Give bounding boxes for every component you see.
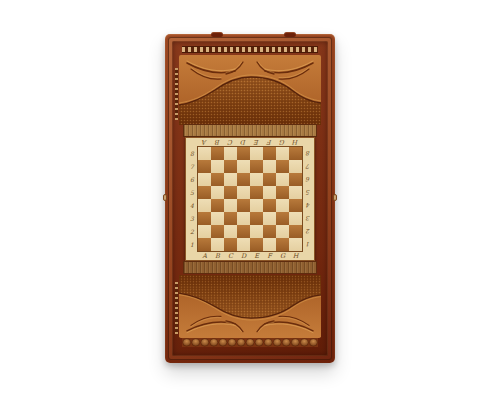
- scallop-bead: [192, 339, 200, 346]
- square-d8: [237, 147, 250, 160]
- square-e7: [250, 160, 263, 173]
- rank-label: 1: [302, 238, 314, 251]
- file-label: E: [250, 251, 263, 260]
- rank-label: 3: [302, 212, 314, 225]
- square-h3: [289, 212, 302, 225]
- file-label: G: [276, 138, 289, 147]
- square-e5: [250, 186, 263, 199]
- ranks-right: 87654321: [302, 147, 314, 251]
- scallop-bead: [309, 339, 317, 346]
- chessboard: ABCDEFGH 87654321 87654321 ABCDEFGH: [185, 137, 315, 261]
- carving-art-bottom: [179, 275, 321, 338]
- square-f5: [263, 186, 276, 199]
- rank-label: 5: [186, 186, 198, 199]
- rank-label: 7: [302, 160, 314, 173]
- rank-label: 2: [302, 225, 314, 238]
- chess-backgammon-box: ABCDEFGH 87654321 87654321 ABCDEFGH: [165, 34, 335, 363]
- square-f2: [263, 225, 276, 238]
- rank-label: 3: [186, 212, 198, 225]
- square-b6: [211, 173, 224, 186]
- square-d4: [237, 199, 250, 212]
- hinge-pin-right: [333, 194, 337, 201]
- file-label: H: [289, 138, 302, 147]
- scallop-bead: [264, 339, 272, 346]
- file-label: E: [250, 138, 263, 147]
- square-a8: [198, 147, 211, 160]
- square-c8: [224, 147, 237, 160]
- hinge-bump-left: [211, 32, 223, 37]
- notch-molding-bottom: [175, 282, 178, 334]
- file-label: D: [237, 138, 250, 147]
- square-g3: [276, 212, 289, 225]
- scallop-bead: [291, 339, 299, 346]
- square-h8: [289, 147, 302, 160]
- square-d1: [237, 238, 250, 251]
- square-f7: [263, 160, 276, 173]
- file-label: A: [198, 251, 211, 260]
- square-c6: [224, 173, 237, 186]
- square-c7: [224, 160, 237, 173]
- rank-label: 4: [302, 199, 314, 212]
- square-e1: [250, 238, 263, 251]
- square-h5: [289, 186, 302, 199]
- product-photo-scene: ABCDEFGH 87654321 87654321 ABCDEFGH: [0, 0, 500, 400]
- file-label: C: [224, 138, 237, 147]
- square-a1: [198, 238, 211, 251]
- file-label: D: [237, 251, 250, 260]
- scallop-bead: [219, 339, 227, 346]
- file-label: B: [211, 251, 224, 260]
- dentil-molding: [182, 46, 318, 53]
- scallop-bead: [246, 339, 254, 346]
- square-g2: [276, 225, 289, 238]
- rank-label: 8: [186, 147, 198, 160]
- file-label: A: [198, 138, 211, 147]
- rank-label: 6: [302, 173, 314, 186]
- square-d7: [237, 160, 250, 173]
- square-e8: [250, 147, 263, 160]
- square-b2: [211, 225, 224, 238]
- ranks-left: 87654321: [186, 147, 198, 251]
- square-c2: [224, 225, 237, 238]
- square-h2: [289, 225, 302, 238]
- scallop-bead: [273, 339, 281, 346]
- scallop-bead: [228, 339, 236, 346]
- square-a3: [198, 212, 211, 225]
- scallop-bead: [210, 339, 218, 346]
- square-d2: [237, 225, 250, 238]
- square-h6: [289, 173, 302, 186]
- square-h7: [289, 160, 302, 173]
- file-label: H: [289, 251, 302, 260]
- square-a7: [198, 160, 211, 173]
- notch-molding-top: [175, 68, 178, 120]
- square-g6: [276, 173, 289, 186]
- square-d3: [237, 212, 250, 225]
- square-f3: [263, 212, 276, 225]
- carved-panel-bottom: [179, 275, 321, 338]
- square-b5: [211, 186, 224, 199]
- scallop-art: [182, 338, 318, 347]
- square-h1: [289, 238, 302, 251]
- rank-label: 2: [186, 225, 198, 238]
- square-a6: [198, 173, 211, 186]
- file-label: C: [224, 251, 237, 260]
- board-edge-strip-bottom: [183, 261, 317, 274]
- square-e3: [250, 212, 263, 225]
- rank-label: 5: [302, 186, 314, 199]
- square-c4: [224, 199, 237, 212]
- square-b7: [211, 160, 224, 173]
- square-g8: [276, 147, 289, 160]
- rank-label: 8: [302, 147, 314, 160]
- file-label: F: [263, 251, 276, 260]
- carving-art-top: [179, 55, 321, 125]
- square-e4: [250, 199, 263, 212]
- square-e6: [250, 173, 263, 186]
- square-h4: [289, 199, 302, 212]
- scallop-bead: [201, 339, 209, 346]
- square-g5: [276, 186, 289, 199]
- rank-label: 4: [186, 199, 198, 212]
- file-label: B: [211, 138, 224, 147]
- square-d6: [237, 173, 250, 186]
- square-c1: [224, 238, 237, 251]
- squares-grid: [198, 147, 302, 251]
- square-b4: [211, 199, 224, 212]
- scallop-bead: [183, 339, 191, 346]
- scallop-bead: [237, 339, 245, 346]
- square-c3: [224, 212, 237, 225]
- square-g7: [276, 160, 289, 173]
- board-edge-strip-top: [183, 124, 317, 137]
- square-a4: [198, 199, 211, 212]
- hinge-bump-right: [284, 32, 296, 37]
- files-bottom: ABCDEFGH: [198, 251, 302, 260]
- square-f4: [263, 199, 276, 212]
- square-a2: [198, 225, 211, 238]
- scallop-bead: [300, 339, 308, 346]
- square-g1: [276, 238, 289, 251]
- square-f1: [263, 238, 276, 251]
- scallop-bead: [282, 339, 290, 346]
- file-label: F: [263, 138, 276, 147]
- rank-label: 7: [186, 160, 198, 173]
- files-top: ABCDEFGH: [198, 138, 302, 147]
- rank-label: 6: [186, 173, 198, 186]
- square-c5: [224, 186, 237, 199]
- scallop-bead: [255, 339, 263, 346]
- rank-label: 1: [186, 238, 198, 251]
- square-f6: [263, 173, 276, 186]
- hinge-pin-left: [163, 194, 167, 201]
- square-a5: [198, 186, 211, 199]
- square-b8: [211, 147, 224, 160]
- file-label: G: [276, 251, 289, 260]
- square-f8: [263, 147, 276, 160]
- square-e2: [250, 225, 263, 238]
- square-b3: [211, 212, 224, 225]
- square-b1: [211, 238, 224, 251]
- square-d5: [237, 186, 250, 199]
- square-g4: [276, 199, 289, 212]
- carved-panel-top: [179, 55, 321, 125]
- scallop-molding: [182, 338, 318, 347]
